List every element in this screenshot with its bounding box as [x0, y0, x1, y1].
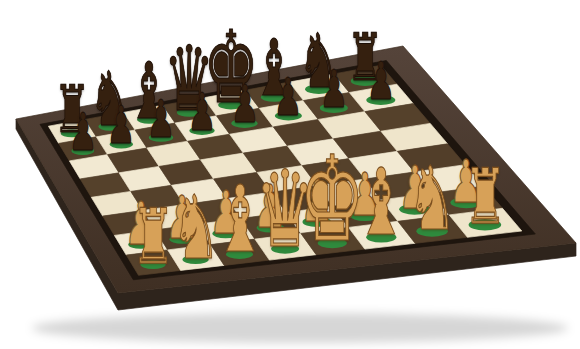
piece-black-pawn-a7[interactable]: ♟	[68, 106, 97, 158]
piece-white-knight-b1[interactable]: ♞	[171, 183, 220, 271]
piece-black-pawn-d7[interactable]: ♟	[188, 86, 217, 138]
piece-white-knight-g1[interactable]: ♞	[408, 155, 457, 243]
piece-white-bishop-f1[interactable]: ♝	[356, 157, 407, 249]
chess-set-photo: ♜♞♝♛♚♝♞♜♟♟♟♟♟♟♟♟♟♟♟♟♟♟♟♟♜♞♝♛♚♝♞♜	[0, 0, 580, 349]
piece-black-pawn-b7[interactable]: ♟	[107, 100, 136, 152]
piece-black-pawn-e7[interactable]: ♟	[230, 79, 259, 131]
piece-black-pawn-h7[interactable]: ♟	[366, 55, 395, 107]
piece-black-pawn-g7[interactable]: ♟	[319, 63, 348, 115]
piece-black-pawn-f7[interactable]: ♟	[274, 71, 303, 123]
piece-white-rook-a1[interactable]: ♜	[132, 199, 174, 275]
piece-white-rook-h1[interactable]: ♜	[464, 159, 506, 235]
board-shadow	[32, 313, 568, 343]
piece-black-pawn-c7[interactable]: ♟	[147, 93, 176, 145]
